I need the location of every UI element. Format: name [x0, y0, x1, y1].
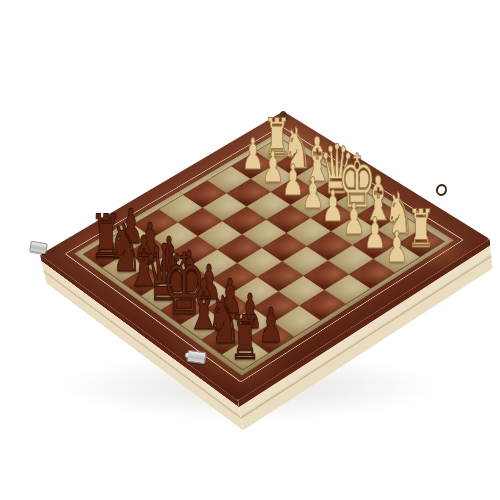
metal-hardware — [0, 0, 500, 500]
latch-hook-icon — [279, 110, 288, 122]
hinge-icon — [29, 241, 48, 255]
latch-icon — [186, 350, 206, 365]
latch-knob-icon — [185, 352, 191, 358]
product-photo: ♜♞♝♛♚♝♞♜♟♟♟♟♟♟♟♟♟♟♟♟♟♟♟♟♜♞♝♛♚♝♞♜ — [0, 0, 500, 500]
latch-ring-icon — [434, 183, 448, 198]
